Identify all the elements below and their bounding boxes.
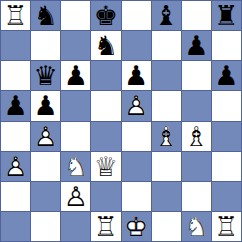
square-f1[interactable] — [152, 212, 181, 241]
white-rook-a8[interactable]: ♜♖ — [3, 2, 27, 29]
white-queen-d3[interactable]: ♛♕ — [94, 153, 118, 180]
square-h1[interactable]: ♜♖ — [212, 212, 241, 241]
white-piece-outline: ♖ — [214, 212, 238, 241]
square-a1[interactable] — [1, 212, 30, 241]
square-h8[interactable]: ♜ — [212, 1, 241, 30]
white-rook-h1[interactable]: ♜♖ — [214, 213, 238, 240]
white-piece-outline: ♗ — [184, 122, 208, 151]
square-c1[interactable] — [61, 212, 90, 241]
black-pawn-e6[interactable]: ♟ — [124, 62, 148, 89]
square-a6[interactable] — [1, 61, 30, 90]
square-c3[interactable]: ♞♘ — [61, 152, 90, 181]
square-b6[interactable]: ♛ — [31, 61, 60, 90]
square-f4[interactable]: ♝♗ — [152, 122, 181, 151]
black-bishop-f8[interactable]: ♝ — [154, 2, 178, 29]
black-pawn-c6[interactable]: ♟ — [64, 62, 88, 89]
square-b4[interactable]: ♟♙ — [31, 122, 60, 151]
white-pawn-b4[interactable]: ♟♙ — [34, 123, 58, 150]
square-d4[interactable] — [91, 122, 120, 151]
white-bishop-g4[interactable]: ♝♗ — [184, 123, 208, 150]
square-e1[interactable]: ♚♔ — [122, 212, 151, 241]
square-g4[interactable]: ♝♗ — [182, 122, 211, 151]
square-b5[interactable]: ♟ — [31, 91, 60, 120]
square-e6[interactable]: ♟ — [122, 61, 151, 90]
square-c8[interactable] — [61, 1, 90, 30]
white-knight-c3[interactable]: ♞♘ — [64, 153, 88, 180]
white-piece-outline: ♘ — [64, 152, 88, 181]
square-b1[interactable] — [31, 212, 60, 241]
square-h6[interactable]: ♟ — [212, 61, 241, 90]
square-h3[interactable] — [212, 152, 241, 181]
square-h4[interactable] — [212, 122, 241, 151]
square-f7[interactable] — [152, 31, 181, 60]
black-pawn-h6[interactable]: ♟ — [214, 62, 238, 89]
square-d6[interactable] — [91, 61, 120, 90]
white-rook-d1[interactable]: ♜♖ — [94, 213, 118, 240]
square-c7[interactable] — [61, 31, 90, 60]
black-pawn-b5[interactable]: ♟ — [34, 92, 58, 119]
square-b3[interactable] — [31, 152, 60, 181]
square-h5[interactable] — [212, 91, 241, 120]
square-d7[interactable]: ♞ — [91, 31, 120, 60]
white-bishop-f4[interactable]: ♝♗ — [154, 123, 178, 150]
square-d1[interactable]: ♜♖ — [91, 212, 120, 241]
square-d2[interactable] — [91, 182, 120, 211]
white-pawn-c2[interactable]: ♟♙ — [64, 183, 88, 210]
square-d3[interactable]: ♛♕ — [91, 152, 120, 181]
white-pawn-a3[interactable]: ♟♙ — [3, 153, 27, 180]
white-piece-outline: ♕ — [94, 152, 118, 181]
white-piece-outline: ♙ — [3, 152, 27, 181]
square-g7[interactable]: ♟ — [182, 31, 211, 60]
square-a4[interactable] — [1, 122, 30, 151]
black-king-d8[interactable]: ♚ — [94, 2, 118, 29]
square-c5[interactable] — [61, 91, 90, 120]
square-b7[interactable] — [31, 31, 60, 60]
black-pawn-a5[interactable]: ♟ — [3, 92, 27, 119]
white-piece-outline: ♘ — [184, 212, 208, 241]
black-knight-b8[interactable]: ♞ — [34, 2, 58, 29]
black-queen-b6[interactable]: ♛ — [34, 62, 58, 89]
square-a5[interactable]: ♟ — [1, 91, 30, 120]
square-a2[interactable] — [1, 182, 30, 211]
white-piece-outline: ♙ — [34, 122, 58, 151]
white-piece-outline: ♙ — [64, 182, 88, 211]
black-pawn-g7[interactable]: ♟ — [184, 32, 208, 59]
square-f3[interactable] — [152, 152, 181, 181]
square-b2[interactable] — [31, 182, 60, 211]
white-piece-outline: ♖ — [94, 212, 118, 241]
square-g5[interactable] — [182, 91, 211, 120]
square-d8[interactable]: ♚ — [91, 1, 120, 30]
white-piece-outline: ♖ — [3, 1, 27, 30]
white-piece-outline: ♙ — [124, 91, 148, 120]
square-f8[interactable]: ♝ — [152, 1, 181, 30]
square-f5[interactable] — [152, 91, 181, 120]
square-h2[interactable] — [212, 182, 241, 211]
white-pawn-e5[interactable]: ♟♙ — [124, 92, 148, 119]
square-g2[interactable] — [182, 182, 211, 211]
square-e8[interactable] — [122, 1, 151, 30]
square-g1[interactable]: ♞♘ — [182, 212, 211, 241]
square-c2[interactable]: ♟♙ — [61, 182, 90, 211]
white-piece-outline: ♔ — [124, 212, 148, 241]
white-king-e1[interactable]: ♚♔ — [124, 213, 148, 240]
square-a7[interactable] — [1, 31, 30, 60]
square-f2[interactable] — [152, 182, 181, 211]
square-e7[interactable] — [122, 31, 151, 60]
black-rook-h8[interactable]: ♜ — [214, 2, 238, 29]
square-f6[interactable] — [152, 61, 181, 90]
square-e2[interactable] — [122, 182, 151, 211]
white-knight-g1[interactable]: ♞♘ — [184, 213, 208, 240]
square-g8[interactable] — [182, 1, 211, 30]
square-e5[interactable]: ♟♙ — [122, 91, 151, 120]
square-e4[interactable] — [122, 122, 151, 151]
square-c6[interactable]: ♟ — [61, 61, 90, 90]
square-b8[interactable]: ♞ — [31, 1, 60, 30]
square-a8[interactable]: ♜♖ — [1, 1, 30, 30]
white-piece-outline: ♗ — [154, 122, 178, 151]
square-d5[interactable] — [91, 91, 120, 120]
square-a3[interactable]: ♟♙ — [1, 152, 30, 181]
black-knight-d7[interactable]: ♞ — [94, 32, 118, 59]
chess-board: ♜♖♞♚♝♜♞♟♛♟♟♟♟♟♟♙♟♙♝♗♝♗♟♙♞♘♛♕♟♙♜♖♚♔♞♘♜♖ — [0, 0, 242, 242]
square-h7[interactable] — [212, 31, 241, 60]
square-g3[interactable] — [182, 152, 211, 181]
square-e3[interactable] — [122, 152, 151, 181]
square-g6[interactable] — [182, 61, 211, 90]
square-c4[interactable] — [61, 122, 90, 151]
